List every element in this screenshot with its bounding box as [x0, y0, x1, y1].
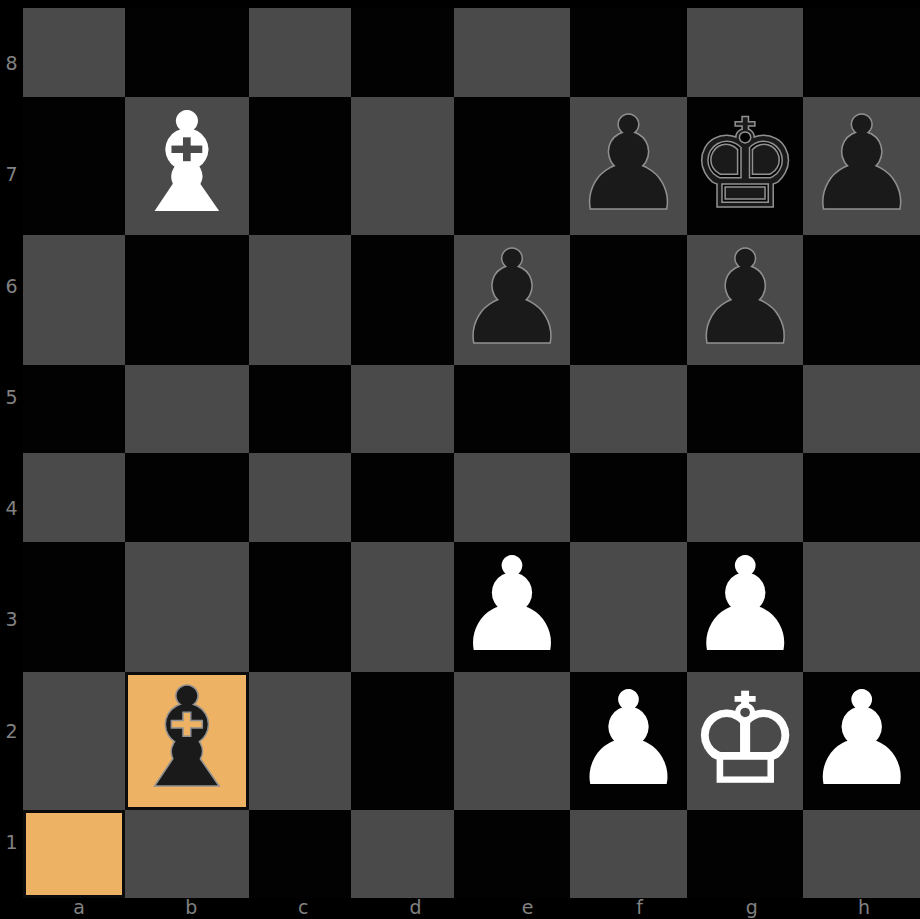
- file-label-f: f: [584, 898, 696, 919]
- piece-white-pawn[interactable]: ♟: [454, 540, 571, 670]
- square-a8[interactable]: [23, 8, 125, 97]
- square-c8[interactable]: [249, 8, 351, 97]
- rank-label-3: 3: [0, 564, 23, 675]
- rank-label-4: 4: [0, 453, 23, 564]
- file-label-e: e: [472, 898, 584, 919]
- rank-label-2: 2: [0, 676, 23, 787]
- piece-black-pawn[interactable]: ♟: [803, 99, 920, 229]
- square-a7[interactable]: [23, 97, 125, 235]
- chess-board: ♝♟♚♟♟♟♟♟♝♟♔♟: [23, 8, 920, 898]
- square-f1[interactable]: [570, 810, 687, 899]
- square-h7[interactable]: ♟: [803, 97, 920, 235]
- square-a6[interactable]: [23, 235, 125, 365]
- square-b6[interactable]: [125, 235, 249, 365]
- square-b3[interactable]: [125, 542, 249, 672]
- rank-label-7: 7: [0, 119, 23, 230]
- square-h1[interactable]: [803, 810, 920, 899]
- rank-label-6: 6: [0, 231, 23, 342]
- square-g2[interactable]: ♔: [687, 672, 804, 810]
- square-a1[interactable]: [23, 810, 125, 899]
- rank-label-8: 8: [0, 8, 23, 119]
- piece-black-pawn[interactable]: ♟: [687, 233, 804, 363]
- piece-white-pawn[interactable]: ♟: [803, 674, 920, 804]
- square-d3[interactable]: [351, 542, 453, 672]
- square-a2[interactable]: [23, 672, 125, 810]
- rank-labels: 87654321: [0, 8, 23, 898]
- file-label-d: d: [359, 898, 471, 919]
- square-c5[interactable]: [249, 365, 351, 454]
- square-h8[interactable]: [803, 8, 920, 97]
- square-e1[interactable]: [454, 810, 571, 899]
- square-b4[interactable]: [125, 453, 249, 542]
- square-b2[interactable]: ♝: [125, 672, 249, 810]
- square-h3[interactable]: [803, 542, 920, 672]
- square-c6[interactable]: [249, 235, 351, 365]
- square-c7[interactable]: [249, 97, 351, 235]
- square-e6[interactable]: ♟: [454, 235, 571, 365]
- rank-label-1: 1: [0, 787, 23, 898]
- square-f7[interactable]: ♟: [570, 97, 687, 235]
- square-g6[interactable]: ♟: [687, 235, 804, 365]
- square-d7[interactable]: [351, 97, 453, 235]
- square-b7[interactable]: ♝: [125, 97, 249, 235]
- square-b1[interactable]: [125, 810, 249, 899]
- piece-white-pawn[interactable]: ♟: [687, 540, 804, 670]
- square-g8[interactable]: [687, 8, 804, 97]
- square-f3[interactable]: [570, 542, 687, 672]
- chess-app: 87654321 ♝♟♚♟♟♟♟♟♝♟♔♟ abcdefgh: [0, 0, 920, 919]
- file-label-b: b: [135, 898, 247, 919]
- square-g5[interactable]: [687, 365, 804, 454]
- file-label-g: g: [696, 898, 808, 919]
- piece-black-pawn[interactable]: ♟: [570, 99, 687, 229]
- square-a4[interactable]: [23, 453, 125, 542]
- square-h4[interactable]: [803, 453, 920, 542]
- rank-label-5: 5: [0, 342, 23, 453]
- square-b5[interactable]: [125, 365, 249, 454]
- piece-white-king[interactable]: ♔: [690, 677, 801, 801]
- square-d4[interactable]: [351, 453, 453, 542]
- piece-black-pawn[interactable]: ♟: [454, 233, 571, 363]
- square-f4[interactable]: [570, 453, 687, 542]
- square-h6[interactable]: [803, 235, 920, 365]
- square-f6[interactable]: [570, 235, 687, 365]
- file-label-h: h: [808, 898, 920, 919]
- square-g1[interactable]: [687, 810, 804, 899]
- piece-white-bishop[interactable]: ♝: [125, 95, 249, 233]
- piece-black-bishop[interactable]: ♝: [125, 670, 249, 808]
- square-e5[interactable]: [454, 365, 571, 454]
- square-e3[interactable]: ♟: [454, 542, 571, 672]
- square-f8[interactable]: [570, 8, 687, 97]
- square-e7[interactable]: [454, 97, 571, 235]
- square-h5[interactable]: [803, 365, 920, 454]
- square-g7[interactable]: ♚: [687, 97, 804, 235]
- square-d8[interactable]: [351, 8, 453, 97]
- square-h2[interactable]: ♟: [803, 672, 920, 810]
- square-c4[interactable]: [249, 453, 351, 542]
- square-d6[interactable]: [351, 235, 453, 365]
- square-f2[interactable]: ♟: [570, 672, 687, 810]
- square-e8[interactable]: [454, 8, 571, 97]
- file-labels: abcdefgh: [23, 898, 920, 919]
- file-label-a: a: [23, 898, 135, 919]
- square-e2[interactable]: [454, 672, 571, 810]
- square-d2[interactable]: [351, 672, 453, 810]
- square-g3[interactable]: ♟: [687, 542, 804, 672]
- square-c2[interactable]: [249, 672, 351, 810]
- square-a3[interactable]: [23, 542, 125, 672]
- file-label-c: c: [247, 898, 359, 919]
- square-f5[interactable]: [570, 365, 687, 454]
- square-a5[interactable]: [23, 365, 125, 454]
- piece-black-king[interactable]: ♚: [690, 102, 801, 226]
- piece-white-pawn[interactable]: ♟: [570, 674, 687, 804]
- square-c3[interactable]: [249, 542, 351, 672]
- square-d1[interactable]: [351, 810, 453, 899]
- square-d5[interactable]: [351, 365, 453, 454]
- square-c1[interactable]: [249, 810, 351, 899]
